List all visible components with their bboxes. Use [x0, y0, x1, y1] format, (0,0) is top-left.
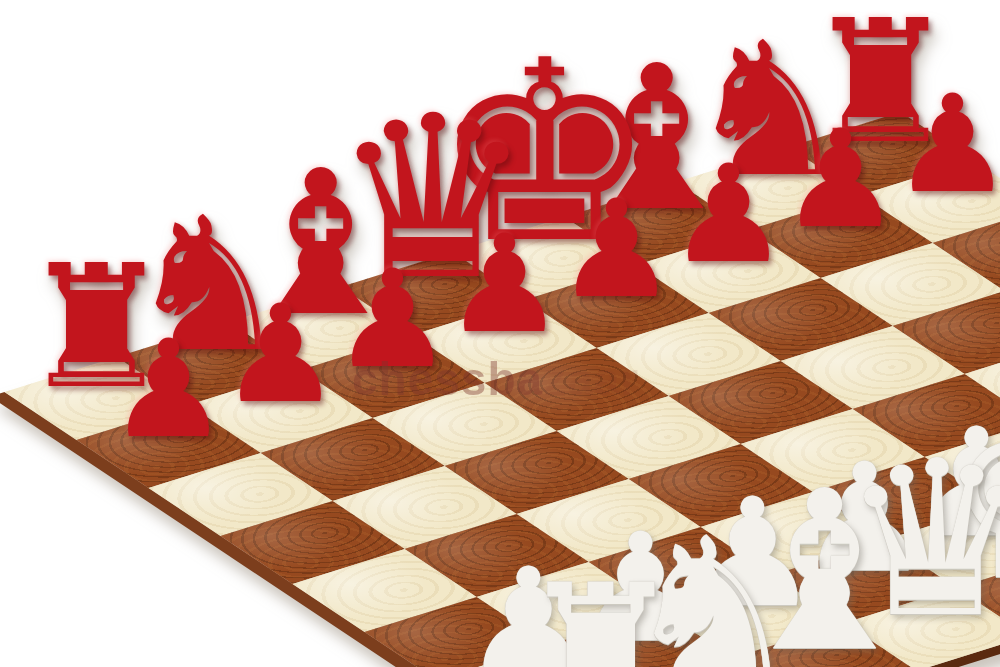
- chess-set-product-photo: ♜♞♝♛♚♝♞♜♟♟♟♟♟♟♟♟♟♟♟♟♟♟♟♟♜♞♝♛♚♝♞♜ chessba…: [0, 0, 1000, 667]
- piece-red-rook: ♜: [804, 0, 956, 167]
- chessboard: ♜♞♝♛♚♝♞♜♟♟♟♟♟♟♟♟♟♟♟♟♟♟♟♟♜♞♝♛♚♝♞♜: [0, 112, 1000, 667]
- piece-red-knight: ♞: [686, 18, 852, 203]
- chessboard-wrap: ♜♞♝♛♚♝♞♜♟♟♟♟♟♟♟♟♟♟♟♟♟♟♟♟♜♞♝♛♚♝♞♜: [0, 0, 1000, 667]
- piece-red-rook: ♜: [20, 242, 172, 412]
- piece-red-knight: ♞: [126, 193, 292, 378]
